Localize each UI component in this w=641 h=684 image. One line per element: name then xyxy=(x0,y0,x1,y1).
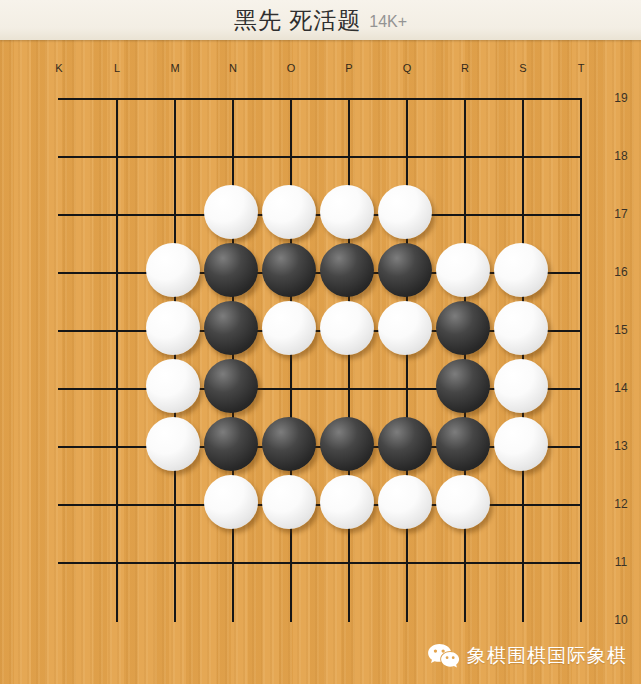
row-label-15: 15 xyxy=(606,323,636,337)
grid-line-col-O xyxy=(290,98,292,622)
stone-white-N17 xyxy=(204,185,258,239)
wechat-icon xyxy=(427,642,460,670)
column-label-Q: Q xyxy=(392,62,422,74)
stone-white-M14 xyxy=(146,359,200,413)
rank-badge: 14K+ xyxy=(369,10,407,31)
row-label-14: 14 xyxy=(606,381,636,395)
row-label-17: 17 xyxy=(606,207,636,221)
stone-white-Q17 xyxy=(378,185,432,239)
watermark-text: 象棋围棋国际象棋 xyxy=(467,643,627,669)
row-label-13: 13 xyxy=(606,439,636,453)
stone-white-S15 xyxy=(494,301,548,355)
stone-black-P13 xyxy=(320,417,374,471)
stone-white-P17 xyxy=(320,185,374,239)
column-label-P: P xyxy=(334,62,364,74)
stone-black-R15 xyxy=(436,301,490,355)
row-label-18: 18 xyxy=(606,149,636,163)
column-label-L: L xyxy=(102,62,132,74)
stone-black-N15 xyxy=(204,301,258,355)
stone-white-S14 xyxy=(494,359,548,413)
column-label-T: T xyxy=(566,62,596,74)
puzzle-title: 黑先 死活题 xyxy=(234,5,361,36)
stone-white-O12 xyxy=(262,475,316,529)
stone-black-N13 xyxy=(204,417,258,471)
grid-line-row-19 xyxy=(58,98,582,100)
stone-white-S16 xyxy=(494,243,548,297)
stone-white-S13 xyxy=(494,417,548,471)
stone-white-Q12 xyxy=(378,475,432,529)
go-board[interactable]: KLMNOPQRST19181716151413121110 象棋围棋国际象棋 xyxy=(0,40,641,684)
stone-white-O17 xyxy=(262,185,316,239)
stone-black-Q16 xyxy=(378,243,432,297)
column-label-M: M xyxy=(160,62,190,74)
watermark: 象棋围棋国际象棋 xyxy=(427,642,627,670)
row-label-16: 16 xyxy=(606,265,636,279)
column-label-N: N xyxy=(218,62,248,74)
header: 黑先 死活题 14K+ xyxy=(0,0,641,40)
stone-black-Q13 xyxy=(378,417,432,471)
stone-white-P12 xyxy=(320,475,374,529)
stone-black-O13 xyxy=(262,417,316,471)
row-label-12: 12 xyxy=(606,497,636,511)
page: 黑先 死活题 14K+ KLMNOPQRST191817161514131211… xyxy=(0,0,641,684)
stone-white-Q15 xyxy=(378,301,432,355)
stone-white-P15 xyxy=(320,301,374,355)
row-label-10: 10 xyxy=(606,613,636,627)
stone-white-R12 xyxy=(436,475,490,529)
stone-white-O15 xyxy=(262,301,316,355)
column-label-K: K xyxy=(44,62,74,74)
stone-white-R16 xyxy=(436,243,490,297)
row-label-11: 11 xyxy=(606,555,636,569)
grid-line-row-18 xyxy=(58,156,582,158)
stone-black-R13 xyxy=(436,417,490,471)
column-label-R: R xyxy=(450,62,480,74)
stone-white-M16 xyxy=(146,243,200,297)
stone-white-M13 xyxy=(146,417,200,471)
stone-black-P16 xyxy=(320,243,374,297)
grid-line-col-T xyxy=(580,98,582,622)
stone-black-N16 xyxy=(204,243,258,297)
grid-line-row-11 xyxy=(58,562,582,564)
row-label-19: 19 xyxy=(606,91,636,105)
column-label-O: O xyxy=(276,62,306,74)
stone-white-M15 xyxy=(146,301,200,355)
stone-black-N14 xyxy=(204,359,258,413)
column-label-S: S xyxy=(508,62,538,74)
stone-white-N12 xyxy=(204,475,258,529)
grid-line-col-P xyxy=(348,98,350,622)
stone-black-R14 xyxy=(436,359,490,413)
grid-line-col-L xyxy=(116,98,118,622)
grid-line-col-Q xyxy=(406,98,408,622)
stone-black-O16 xyxy=(262,243,316,297)
